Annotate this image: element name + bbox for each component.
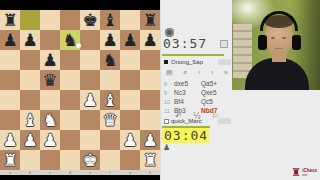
coord-label-a: a — [5, 171, 16, 174]
square-b5[interactable] — [20, 70, 40, 90]
move-black-10[interactable]: Qc5 — [201, 98, 228, 105]
watermark-text-2: net — [302, 173, 317, 177]
piece-white-p-g2[interactable]: ♟ — [120, 130, 140, 150]
move-row: 10Bf4Qc5 — [161, 97, 233, 106]
square-c7[interactable] — [40, 30, 60, 50]
square-f8[interactable]: ♝ — [100, 10, 120, 30]
square-b1[interactable] — [20, 150, 40, 170]
piece-black-p-b7[interactable]: ♟ — [20, 30, 40, 50]
square-c2[interactable]: ♟ — [40, 130, 60, 150]
streamer-eye — [282, 37, 286, 39]
square-a3[interactable] — [0, 110, 20, 130]
square-g6[interactable] — [120, 50, 140, 70]
board-letterbox: ♜♚♝♜♟♟♞♟♟♟♟♞♛♟♝♝♞♛♟♟♟♟♟♜♚♜ abcdefgh — [0, 0, 160, 180]
square-e3[interactable] — [80, 110, 100, 130]
move-number: 8 — [161, 81, 174, 87]
square-c3[interactable]: ♞ — [40, 110, 60, 130]
square-d4[interactable] — [60, 90, 80, 110]
square-h1[interactable]: ♜ — [140, 150, 160, 170]
square-f6[interactable]: ♞ — [100, 50, 120, 70]
move-white-8[interactable]: dxe5 — [174, 80, 201, 87]
square-g3[interactable] — [120, 110, 140, 130]
square-f3[interactable]: ♛ — [100, 110, 120, 130]
square-b4[interactable] — [20, 90, 40, 110]
streamer-webcam — [232, 0, 320, 90]
square-g7[interactable]: ♟ — [120, 30, 140, 50]
square-e2[interactable] — [80, 130, 100, 150]
black-player-row[interactable]: Onong_Sap — [161, 58, 233, 67]
white-player-row[interactable]: quick_Marc — [161, 117, 233, 126]
piece-black-q-c5[interactable]: ♛ — [40, 70, 60, 90]
square-d1[interactable] — [60, 150, 80, 170]
headphones-earcup-icon — [258, 35, 267, 50]
square-b8[interactable] — [20, 10, 40, 30]
square-h6[interactable] — [140, 50, 160, 70]
piece-black-r-a8[interactable]: ♜ — [0, 10, 20, 30]
coord-label-b: b — [25, 171, 36, 174]
black-player-rating-badge — [218, 59, 231, 65]
headphones-earcup-icon — [292, 35, 301, 50]
white-player-rating-badge — [218, 118, 231, 124]
streamer-eye — [271, 37, 275, 39]
black-timebar — [162, 54, 224, 56]
white-side-icon — [164, 119, 169, 124]
piece-white-p-h2[interactable]: ♟ — [140, 130, 160, 150]
square-f7[interactable]: ♟ — [100, 30, 120, 50]
square-e7[interactable] — [80, 30, 100, 50]
prev-move-button[interactable]: ‹ — [198, 68, 200, 77]
coord-label-h: h — [145, 171, 156, 174]
square-d6[interactable] — [60, 50, 80, 70]
square-c5[interactable]: ♛ — [40, 70, 60, 90]
black-clock: 03:57 — [163, 36, 207, 51]
move-white-9[interactable]: Nc3 — [174, 89, 201, 96]
square-g8[interactable] — [120, 10, 140, 30]
piece-black-p-f7[interactable]: ♟ — [100, 30, 120, 50]
mouse-cursor-dot — [76, 43, 81, 48]
streamer-mouth — [275, 48, 283, 49]
square-g2[interactable]: ♟ — [120, 130, 140, 150]
piece-white-p-e4[interactable]: ♟ — [80, 90, 100, 110]
square-d5[interactable] — [60, 70, 80, 90]
square-h7[interactable]: ♟ — [140, 30, 160, 50]
channel-watermark: ♜ iChess net — [291, 167, 317, 178]
move-white-10[interactable]: Bf4 — [174, 98, 201, 105]
piece-black-n-f6[interactable]: ♞ — [100, 50, 120, 70]
square-c4[interactable] — [40, 90, 60, 110]
square-h5[interactable] — [140, 70, 160, 90]
square-h4[interactable] — [140, 90, 160, 110]
white-clock-active: 03:04 — [162, 128, 209, 143]
square-f2[interactable] — [100, 130, 120, 150]
piece-black-p-h7[interactable]: ♟ — [140, 30, 160, 50]
piece-black-p-a7[interactable]: ♟ — [0, 30, 20, 50]
piece-black-r-h8[interactable]: ♜ — [140, 10, 160, 30]
square-f4[interactable]: ♝ — [100, 90, 120, 110]
video-frame: ♜♚♝♜♟♟♞♟♟♟♟♞♛♟♝♝♞♛♟♟♟♟♟♜♚♜ abcdefgh 03:5… — [0, 0, 320, 180]
square-a5[interactable] — [0, 70, 20, 90]
piece-white-n-c3[interactable]: ♞ — [40, 110, 60, 130]
coord-label-f: f — [105, 171, 116, 174]
piece-white-b-f4[interactable]: ♝ — [100, 90, 120, 110]
piece-white-r-h1[interactable]: ♜ — [140, 150, 160, 170]
captured-pawn-icon: ♟ — [163, 143, 170, 152]
square-b2[interactable]: ♟ — [20, 130, 40, 150]
move-list: 8dxe5Qa5+9Nc3Qxe510Bf4Qc511Bb3Nbd7 — [161, 79, 233, 115]
square-a1[interactable]: ♜ — [0, 150, 20, 170]
square-e6[interactable] — [80, 50, 100, 70]
square-g4[interactable] — [120, 90, 140, 110]
white-player-name[interactable]: quick_Marc — [171, 118, 202, 124]
coord-label-c: c — [45, 171, 56, 174]
square-a2[interactable]: ♟ — [0, 130, 20, 150]
move-number: 9 — [161, 90, 174, 96]
move-black-9[interactable]: Qxe5 — [201, 89, 228, 96]
square-a7[interactable]: ♟ — [0, 30, 20, 50]
square-h3[interactable] — [140, 110, 160, 130]
file-coordinates: abcdefgh — [0, 170, 160, 175]
piece-black-b-f8[interactable]: ♝ — [100, 10, 120, 30]
square-h2[interactable]: ♟ — [140, 130, 160, 150]
empty-panel-area: ♜ iChess net — [232, 90, 320, 180]
square-c6[interactable]: ♟ — [40, 50, 60, 70]
black-side-icon — [164, 60, 168, 64]
chess-board[interactable]: ♜♚♝♜♟♟♞♟♟♟♟♞♛♟♝♝♞♛♟♟♟♟♟♜♚♜ — [0, 10, 160, 170]
rook-logo-icon: ♜ — [291, 167, 301, 178]
square-f5[interactable] — [100, 70, 120, 90]
square-g1[interactable] — [120, 150, 140, 170]
move-row: 8dxe5Qa5+ — [161, 79, 233, 88]
square-a4[interactable] — [0, 90, 20, 110]
game-side-panel: 03:57 Onong_Sap ▤«‹›» 8dxe5Qa5+9Nc3Qxe51… — [160, 0, 232, 180]
coord-label-d: d — [65, 171, 76, 174]
piece-black-p-g7[interactable]: ♟ — [120, 30, 140, 50]
square-b6[interactable] — [20, 50, 40, 70]
replay-toolbar: ▤«‹›» — [161, 68, 233, 77]
square-b3[interactable]: ♝ — [20, 110, 40, 130]
first-move-button[interactable]: « — [183, 68, 187, 77]
square-d2[interactable] — [60, 130, 80, 150]
analysis-board-icon[interactable] — [220, 40, 228, 48]
square-g5[interactable] — [120, 70, 140, 90]
piece-white-p-a2[interactable]: ♟ — [0, 130, 20, 150]
piece-black-k-e8[interactable]: ♚ — [80, 10, 100, 30]
square-e8[interactable]: ♚ — [80, 10, 100, 30]
piece-white-r-a1[interactable]: ♜ — [0, 150, 20, 170]
piece-white-k-e1[interactable]: ♚ — [80, 150, 100, 170]
flip-board-button[interactable]: ▤ — [166, 68, 173, 77]
square-d8[interactable] — [60, 10, 80, 30]
black-player-name[interactable]: Onong_Sap — [171, 59, 203, 65]
last-move-button[interactable]: » — [224, 68, 228, 77]
move-number: 10 — [161, 99, 174, 105]
square-e1[interactable]: ♚ — [80, 150, 100, 170]
square-c8[interactable] — [40, 10, 60, 30]
square-a8[interactable]: ♜ — [0, 10, 20, 30]
square-d3[interactable] — [60, 110, 80, 130]
square-a6[interactable] — [0, 50, 20, 70]
square-b7[interactable]: ♟ — [20, 30, 40, 50]
square-c1[interactable] — [40, 150, 60, 170]
piece-white-p-b2[interactable]: ♟ — [20, 130, 40, 150]
piece-white-b-b3[interactable]: ♝ — [20, 110, 40, 130]
piece-white-q-f3[interactable]: ♛ — [100, 110, 120, 130]
square-h8[interactable]: ♜ — [140, 10, 160, 30]
move-row: 9Nc3Qxe5 — [161, 88, 233, 97]
square-e5[interactable] — [80, 70, 100, 90]
piece-black-p-c6[interactable]: ♟ — [40, 50, 60, 70]
square-f1[interactable] — [100, 150, 120, 170]
piece-white-p-c2[interactable]: ♟ — [40, 130, 60, 150]
next-move-button[interactable]: › — [211, 68, 213, 77]
square-e4[interactable]: ♟ — [80, 90, 100, 110]
coord-label-g: g — [125, 171, 136, 174]
move-black-8[interactable]: Qa5+ — [201, 80, 228, 87]
coord-label-e: e — [85, 171, 96, 174]
